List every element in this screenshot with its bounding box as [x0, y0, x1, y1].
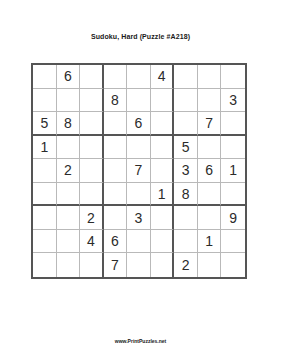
- footer-url: www.PrintPuzzles.net: [0, 338, 281, 344]
- cell-r2c7: [174, 89, 198, 113]
- puzzle-title: Sudoku, Hard (Puzzle #A218): [0, 33, 281, 40]
- cell-r7c7: [174, 206, 198, 230]
- cell-r8c7: [174, 230, 198, 254]
- cell-r9c9: [221, 253, 245, 277]
- cell-r5c5: 7: [127, 159, 151, 183]
- cell-r1c3: [80, 65, 104, 89]
- cell-r1c8: [198, 65, 222, 89]
- cell-r9c1: [33, 253, 57, 277]
- cell-r4c1: 1: [33, 136, 57, 160]
- cell-r2c9: 3: [221, 89, 245, 113]
- cell-r4c8: [198, 136, 222, 160]
- cell-r1c2: 6: [57, 65, 81, 89]
- cell-r1c4: [104, 65, 128, 89]
- cell-r1c1: [33, 65, 57, 89]
- cell-r9c5: [127, 253, 151, 277]
- cell-r4c7: 5: [174, 136, 198, 160]
- sudoku-page: Sudoku, Hard (Puzzle #A218) 648358671527…: [0, 0, 281, 363]
- cell-r7c1: [33, 206, 57, 230]
- sudoku-grid: 6483586715273611823946172: [31, 63, 247, 279]
- cell-r9c8: [198, 253, 222, 277]
- cell-r2c5: [127, 89, 151, 113]
- cell-r7c2: [57, 206, 81, 230]
- cell-r9c6: [151, 253, 175, 277]
- cell-r4c3: [80, 136, 104, 160]
- cell-r5c3: [80, 159, 104, 183]
- cell-r7c6: [151, 206, 175, 230]
- cell-r6c1: [33, 183, 57, 207]
- cell-r6c4: [104, 183, 128, 207]
- cell-r6c3: [80, 183, 104, 207]
- cell-r8c9: [221, 230, 245, 254]
- cell-r6c5: [127, 183, 151, 207]
- cell-r4c2: [57, 136, 81, 160]
- cell-r8c4: 6: [104, 230, 128, 254]
- cell-r9c3: [80, 253, 104, 277]
- cell-r6c8: [198, 183, 222, 207]
- cell-r4c5: [127, 136, 151, 160]
- cell-r2c1: [33, 89, 57, 113]
- cell-r5c9: 1: [221, 159, 245, 183]
- cell-r6c6: 1: [151, 183, 175, 207]
- cell-r7c9: 9: [221, 206, 245, 230]
- cell-r2c4: 8: [104, 89, 128, 113]
- cell-r5c6: [151, 159, 175, 183]
- cell-r4c4: [104, 136, 128, 160]
- cell-r1c5: [127, 65, 151, 89]
- cell-r6c2: [57, 183, 81, 207]
- cell-r4c9: [221, 136, 245, 160]
- cell-r2c6: [151, 89, 175, 113]
- cell-r8c8: 1: [198, 230, 222, 254]
- cell-r7c8: [198, 206, 222, 230]
- cell-r1c7: [174, 65, 198, 89]
- cell-r4c6: [151, 136, 175, 160]
- cell-r2c2: [57, 89, 81, 113]
- cell-r1c6: 4: [151, 65, 175, 89]
- cell-r3c1: 5: [33, 112, 57, 136]
- cell-r6c7: 8: [174, 183, 198, 207]
- cell-r8c5: [127, 230, 151, 254]
- cell-r3c4: [104, 112, 128, 136]
- cell-r3c7: [174, 112, 198, 136]
- cell-r5c1: [33, 159, 57, 183]
- cell-r1c9: [221, 65, 245, 89]
- cell-r3c2: 8: [57, 112, 81, 136]
- cell-r9c4: 7: [104, 253, 128, 277]
- cell-r9c2: [57, 253, 81, 277]
- cell-r5c7: 3: [174, 159, 198, 183]
- cell-r2c8: [198, 89, 222, 113]
- cell-r3c8: 7: [198, 112, 222, 136]
- cell-r8c1: [33, 230, 57, 254]
- cell-r7c5: 3: [127, 206, 151, 230]
- cell-r3c5: 6: [127, 112, 151, 136]
- cell-r7c4: [104, 206, 128, 230]
- cell-r3c9: [221, 112, 245, 136]
- cell-r6c9: [221, 183, 245, 207]
- cell-r7c3: 2: [80, 206, 104, 230]
- cell-r3c3: [80, 112, 104, 136]
- cell-r8c6: [151, 230, 175, 254]
- cell-r5c8: 6: [198, 159, 222, 183]
- cell-r5c4: [104, 159, 128, 183]
- cell-r3c6: [151, 112, 175, 136]
- cell-r9c7: 2: [174, 253, 198, 277]
- cell-r2c3: [80, 89, 104, 113]
- cell-r8c2: [57, 230, 81, 254]
- cell-r8c3: 4: [80, 230, 104, 254]
- cell-r5c2: 2: [57, 159, 81, 183]
